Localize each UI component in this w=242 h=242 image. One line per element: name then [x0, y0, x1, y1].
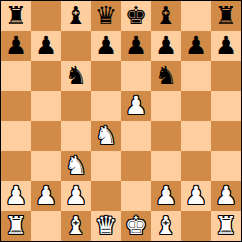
piece-white-knight: ♞ [95, 121, 117, 151]
piece-white-pawn: ♟ [125, 91, 147, 121]
square-e8[interactable]: ♚ [121, 1, 151, 31]
piece-white-pawn: ♟ [5, 181, 27, 211]
square-d4[interactable]: ♞ [91, 121, 121, 151]
piece-white-king: ♚ [125, 211, 147, 241]
square-c8[interactable]: ♝ [61, 1, 91, 31]
piece-black-pawn: ♟ [125, 31, 147, 61]
square-f2[interactable]: ♟ [151, 181, 181, 211]
square-h3[interactable] [211, 151, 241, 181]
square-f8[interactable]: ♝ [151, 1, 181, 31]
piece-black-queen: ♛ [95, 1, 117, 31]
chess-board-container: ♜♝♛♚♝♜♟♟♟♟♟♟♟♞♞♟♞♞♟♟♟♟♟♟♜♝♛♚♝♜ [0, 0, 242, 242]
piece-black-pawn: ♟ [95, 31, 117, 61]
square-d6[interactable] [91, 61, 121, 91]
square-e2[interactable] [121, 181, 151, 211]
square-h6[interactable] [211, 61, 241, 91]
square-b7[interactable]: ♟ [31, 31, 61, 61]
square-d2[interactable] [91, 181, 121, 211]
piece-black-knight: ♞ [65, 61, 87, 91]
square-c7[interactable] [61, 31, 91, 61]
piece-white-pawn: ♟ [155, 181, 177, 211]
square-g6[interactable] [181, 61, 211, 91]
square-a2[interactable]: ♟ [1, 181, 31, 211]
square-g4[interactable] [181, 121, 211, 151]
square-b3[interactable] [31, 151, 61, 181]
square-c5[interactable] [61, 91, 91, 121]
square-d3[interactable] [91, 151, 121, 181]
square-e4[interactable] [121, 121, 151, 151]
square-e3[interactable] [121, 151, 151, 181]
piece-black-pawn: ♟ [35, 31, 57, 61]
square-f1[interactable]: ♝ [151, 211, 181, 241]
piece-black-bishop: ♝ [65, 1, 87, 31]
square-f7[interactable]: ♟ [151, 31, 181, 61]
piece-white-queen: ♛ [95, 211, 117, 241]
square-a7[interactable]: ♟ [1, 31, 31, 61]
square-h4[interactable] [211, 121, 241, 151]
square-a1[interactable]: ♜ [1, 211, 31, 241]
square-h2[interactable]: ♟ [211, 181, 241, 211]
square-a3[interactable] [1, 151, 31, 181]
square-g2[interactable]: ♟ [181, 181, 211, 211]
piece-black-king: ♚ [125, 1, 147, 31]
square-h5[interactable] [211, 91, 241, 121]
piece-black-pawn: ♟ [215, 31, 237, 61]
piece-black-rook: ♜ [215, 1, 237, 31]
square-a5[interactable] [1, 91, 31, 121]
square-h7[interactable]: ♟ [211, 31, 241, 61]
piece-white-rook: ♜ [215, 211, 237, 241]
square-d1[interactable]: ♛ [91, 211, 121, 241]
square-g8[interactable] [181, 1, 211, 31]
square-d5[interactable] [91, 91, 121, 121]
square-b2[interactable]: ♟ [31, 181, 61, 211]
piece-black-rook: ♜ [5, 1, 27, 31]
piece-white-pawn: ♟ [215, 181, 237, 211]
square-g3[interactable] [181, 151, 211, 181]
square-c4[interactable] [61, 121, 91, 151]
square-a4[interactable] [1, 121, 31, 151]
square-f5[interactable] [151, 91, 181, 121]
square-b1[interactable] [31, 211, 61, 241]
square-d8[interactable]: ♛ [91, 1, 121, 31]
piece-white-bishop: ♝ [65, 211, 87, 241]
square-h1[interactable]: ♜ [211, 211, 241, 241]
square-g1[interactable] [181, 211, 211, 241]
piece-white-pawn: ♟ [185, 181, 207, 211]
square-e1[interactable]: ♚ [121, 211, 151, 241]
piece-black-pawn: ♟ [155, 31, 177, 61]
square-e6[interactable] [121, 61, 151, 91]
piece-black-knight: ♞ [155, 61, 177, 91]
square-c2[interactable]: ♟ [61, 181, 91, 211]
square-h8[interactable]: ♜ [211, 1, 241, 31]
square-g7[interactable]: ♟ [181, 31, 211, 61]
square-e5[interactable]: ♟ [121, 91, 151, 121]
square-b8[interactable] [31, 1, 61, 31]
square-f6[interactable]: ♞ [151, 61, 181, 91]
square-b5[interactable] [31, 91, 61, 121]
square-c3[interactable]: ♞ [61, 151, 91, 181]
piece-white-pawn: ♟ [65, 181, 87, 211]
piece-black-pawn: ♟ [5, 31, 27, 61]
chess-board: ♜♝♛♚♝♜♟♟♟♟♟♟♟♞♞♟♞♞♟♟♟♟♟♟♜♝♛♚♝♜ [0, 0, 242, 242]
square-c6[interactable]: ♞ [61, 61, 91, 91]
piece-white-pawn: ♟ [35, 181, 57, 211]
square-c1[interactable]: ♝ [61, 211, 91, 241]
piece-white-bishop: ♝ [155, 211, 177, 241]
piece-black-bishop: ♝ [155, 1, 177, 31]
piece-white-knight: ♞ [65, 151, 87, 181]
square-b6[interactable] [31, 61, 61, 91]
square-g5[interactable] [181, 91, 211, 121]
square-b4[interactable] [31, 121, 61, 151]
square-e7[interactable]: ♟ [121, 31, 151, 61]
piece-white-rook: ♜ [5, 211, 27, 241]
square-f3[interactable] [151, 151, 181, 181]
piece-black-pawn: ♟ [185, 31, 207, 61]
square-f4[interactable] [151, 121, 181, 151]
square-d7[interactable]: ♟ [91, 31, 121, 61]
square-a6[interactable] [1, 61, 31, 91]
square-a8[interactable]: ♜ [1, 1, 31, 31]
